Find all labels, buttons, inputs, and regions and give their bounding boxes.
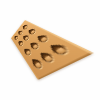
mancala-board [11, 20, 94, 80]
pit-dome [19, 42, 23, 47]
pit-dome [44, 55, 55, 63]
photo-background [0, 0, 100, 100]
pit-grid [13, 22, 81, 75]
board-shadow [0, 0, 100, 100]
pit-dome [32, 43, 39, 49]
pit-dome [30, 29, 36, 34]
pit-dome [35, 61, 43, 69]
pit-dome [26, 50, 32, 56]
pit-dome [25, 36, 30, 41]
